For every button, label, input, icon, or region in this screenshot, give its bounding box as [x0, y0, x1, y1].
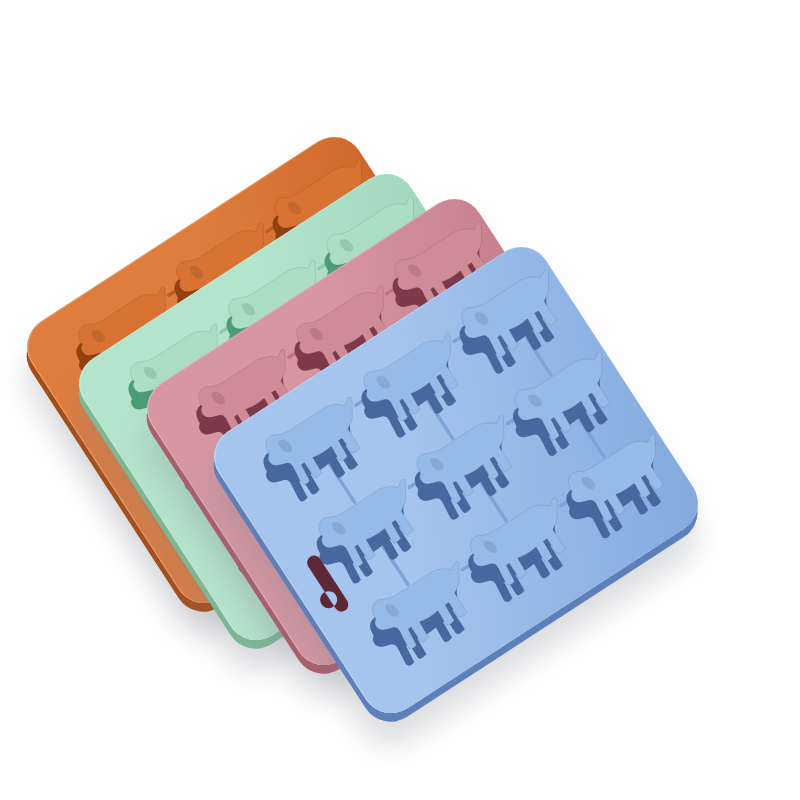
- product-photo: [0, 0, 800, 800]
